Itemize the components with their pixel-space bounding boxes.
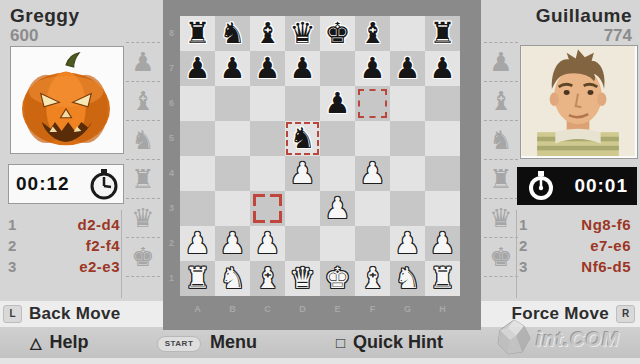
rook-icon: ♜ <box>131 164 154 194</box>
tray-right-knight-icon: ♞ <box>484 120 518 159</box>
move-row: 3Nf6-d5 <box>519 256 631 277</box>
square-a8[interactable]: ♜ <box>180 16 215 51</box>
square-h1[interactable]: ♜ <box>425 261 460 296</box>
tray-right-king-icon: ♚ <box>484 237 518 277</box>
square-c2[interactable]: ♟ <box>250 226 285 261</box>
clock-icon <box>86 167 122 203</box>
avatar-left <box>10 46 124 154</box>
square-b3[interactable] <box>215 191 250 226</box>
rank-label: 2 <box>163 226 180 261</box>
move-highlight <box>358 89 387 118</box>
white-pawn: ♟ <box>390 226 425 261</box>
move-text: Ng8-f6 <box>539 214 631 235</box>
black-bishop: ♝ <box>355 16 390 51</box>
triangle-button-icon: △ <box>30 334 42 351</box>
rank-label: 5 <box>163 121 180 156</box>
square-c1[interactable]: ♝ <box>250 261 285 296</box>
move-row: 1d2-d4 <box>8 214 120 235</box>
rank-label: 8 <box>163 16 180 51</box>
square-f8[interactable]: ♝ <box>355 16 390 51</box>
file-label: F <box>355 299 390 319</box>
square-g8[interactable] <box>390 16 425 51</box>
move-text: d2-d4 <box>28 214 120 235</box>
rank-label: 3 <box>163 191 180 226</box>
move-number: 1 <box>8 214 28 235</box>
divider <box>121 210 122 298</box>
move-row: 2e7-e6 <box>519 235 631 256</box>
tray-right-bishop-icon: ♝ <box>484 81 518 120</box>
square-h5[interactable] <box>425 121 460 156</box>
square-e8[interactable]: ♚ <box>320 16 355 51</box>
knight-icon: ♞ <box>131 125 154 155</box>
square-g6[interactable] <box>390 86 425 121</box>
black-pawn: ♟ <box>285 51 320 86</box>
square-h8[interactable]: ♜ <box>425 16 460 51</box>
clock-right: 00:01 <box>517 167 637 205</box>
square-d3[interactable] <box>285 191 320 226</box>
square-g3[interactable] <box>390 191 425 226</box>
black-pawn: ♟ <box>355 51 390 86</box>
move-row: 2f2-f4 <box>8 235 120 256</box>
king-icon: ♚ <box>131 242 154 272</box>
square-b1[interactable]: ♞ <box>215 261 250 296</box>
black-bishop: ♝ <box>250 16 285 51</box>
tray-left-knight-icon: ♞ <box>126 120 160 159</box>
piece-tray-left: ♟♝♞♜♛♚ <box>126 42 160 277</box>
square-e6[interactable]: ♟ <box>320 86 355 121</box>
bishop-icon: ♝ <box>131 86 154 116</box>
avatar-right <box>520 45 638 159</box>
square-f6[interactable] <box>355 86 390 121</box>
white-pawn: ♟ <box>180 226 215 261</box>
rank-label: 6 <box>163 86 180 121</box>
square-b8[interactable]: ♞ <box>215 16 250 51</box>
white-pawn: ♟ <box>250 226 285 261</box>
white-pawn: ♟ <box>285 156 320 191</box>
rank-label: 4 <box>163 156 180 191</box>
knight-icon: ♞ <box>489 125 512 155</box>
back-move-button[interactable]: LBack Move <box>3 301 121 327</box>
white-bishop: ♝ <box>355 261 390 296</box>
clock-left: 00:12 <box>8 164 124 204</box>
rank-label: 1 <box>163 261 180 296</box>
square-c3[interactable] <box>250 191 285 226</box>
tray-left-king-icon: ♚ <box>126 237 160 277</box>
black-knight: ♞ <box>285 121 320 156</box>
black-pawn: ♟ <box>425 51 460 86</box>
piece-tray-right: ♟♝♞♜♛♚ <box>484 42 518 277</box>
square-h7[interactable]: ♟ <box>425 51 460 86</box>
black-pawn: ♟ <box>180 51 215 86</box>
black-king: ♚ <box>320 16 355 51</box>
tray-right-queen-icon: ♛ <box>484 198 518 237</box>
player-rating-left: 600 <box>10 26 38 46</box>
square-g5[interactable] <box>390 121 425 156</box>
square-h2[interactable]: ♟ <box>425 226 460 261</box>
square-c8[interactable]: ♝ <box>250 16 285 51</box>
square-h3[interactable] <box>425 191 460 226</box>
move-number: 2 <box>8 235 28 256</box>
white-pawn: ♟ <box>355 156 390 191</box>
black-knight: ♞ <box>215 16 250 51</box>
move-row: 1Ng8-f6 <box>519 214 631 235</box>
black-queen: ♛ <box>285 16 320 51</box>
white-knight: ♞ <box>390 261 425 296</box>
square-h4[interactable] <box>425 156 460 191</box>
square-a1[interactable]: ♜ <box>180 261 215 296</box>
white-pawn: ♟ <box>215 226 250 261</box>
square-d7[interactable]: ♟ <box>285 51 320 86</box>
square-f1[interactable]: ♝ <box>355 261 390 296</box>
portrait-avatar-icon <box>521 46 635 156</box>
quick-hint-button[interactable]: □Quick Hint <box>336 327 443 358</box>
square-e5[interactable] <box>320 121 355 156</box>
square-g2[interactable]: ♟ <box>390 226 425 261</box>
square-d6[interactable] <box>285 86 320 121</box>
watermark-text: int.COM <box>536 328 620 351</box>
start-button-icon: START <box>157 336 201 352</box>
pawn-icon: ♟ <box>489 47 512 77</box>
site-watermark: int.COM <box>492 316 640 362</box>
square-g4[interactable] <box>390 156 425 191</box>
tray-left-queen-icon: ♛ <box>126 198 160 237</box>
chess-match-screen: Greggy 600 00:12 1d2-d42f2-f43e2-e3 <box>0 0 640 364</box>
cursor-corner <box>270 211 282 223</box>
square-e2[interactable] <box>320 226 355 261</box>
square-button-icon: □ <box>336 334 345 351</box>
move-number: 3 <box>519 256 539 277</box>
square-b5[interactable] <box>215 121 250 156</box>
square-b7[interactable]: ♟ <box>215 51 250 86</box>
move-list-right: 1Ng8-f62e7-e63Nf6-d5 <box>519 214 631 277</box>
clock-right-time: 00:01 <box>574 175 628 197</box>
clock-left-time: 00:12 <box>16 173 70 195</box>
square-f3[interactable] <box>355 191 390 226</box>
stopwatch-icon <box>523 169 559 205</box>
square-d8[interactable]: ♛ <box>285 16 320 51</box>
player-rating-right: 774 <box>604 26 632 46</box>
rook-icon: ♜ <box>489 164 512 194</box>
square-e3[interactable]: ♟ <box>320 191 355 226</box>
square-g7[interactable]: ♟ <box>390 51 425 86</box>
square-f4[interactable]: ♟ <box>355 156 390 191</box>
tray-left-rook-icon: ♜ <box>126 159 160 198</box>
player-name-right: Guillaume <box>536 5 632 27</box>
cursor-corner <box>253 211 265 223</box>
move-row: 3e2-e3 <box>8 256 120 277</box>
move-text: Nf6-d5 <box>539 256 631 277</box>
black-pawn: ♟ <box>390 51 425 86</box>
file-label: B <box>215 299 250 319</box>
square-a7[interactable]: ♟ <box>180 51 215 86</box>
player-name-left: Greggy <box>10 5 80 27</box>
square-b6[interactable] <box>215 86 250 121</box>
file-label: E <box>320 299 355 319</box>
move-text: f2-f4 <box>28 235 120 256</box>
rank-labels: 87654321 <box>163 16 180 296</box>
white-queen: ♛ <box>285 261 320 296</box>
tray-left-pawn-icon: ♟ <box>126 42 160 81</box>
pawn-icon: ♟ <box>131 47 154 77</box>
menu-button[interactable]: STARTMenu <box>157 327 257 358</box>
cursor-corner <box>270 194 282 206</box>
square-a6[interactable] <box>180 86 215 121</box>
crumpled-paper-logo-icon <box>494 318 534 358</box>
white-knight: ♞ <box>215 261 250 296</box>
square-e1[interactable]: ♚ <box>320 261 355 296</box>
move-number: 2 <box>519 235 539 256</box>
square-e7[interactable] <box>320 51 355 86</box>
tray-right-pawn-icon: ♟ <box>484 42 518 81</box>
divider <box>516 210 517 298</box>
square-d1[interactable]: ♛ <box>285 261 320 296</box>
white-pawn: ♟ <box>320 191 355 226</box>
move-text: e7-e6 <box>539 235 631 256</box>
move-text: e2-e3 <box>28 256 120 277</box>
square-d5[interactable]: ♞ <box>285 121 320 156</box>
square-e4[interactable] <box>320 156 355 191</box>
square-d2[interactable] <box>285 226 320 261</box>
white-rook: ♜ <box>425 261 460 296</box>
queen-icon: ♛ <box>131 203 154 233</box>
square-c7[interactable]: ♟ <box>250 51 285 86</box>
square-a3[interactable] <box>180 191 215 226</box>
tray-left-bishop-icon: ♝ <box>126 81 160 120</box>
pumpkin-avatar-icon <box>11 47 121 151</box>
black-pawn: ♟ <box>250 51 285 86</box>
tray-right-rook-icon: ♜ <box>484 159 518 198</box>
square-c4[interactable] <box>250 156 285 191</box>
black-rook: ♜ <box>425 16 460 51</box>
file-label: D <box>285 299 320 319</box>
help-button[interactable]: △Help <box>30 327 89 358</box>
move-list-left: 1d2-d42f2-f43e2-e3 <box>8 214 120 277</box>
move-number: 3 <box>8 256 28 277</box>
bishop-icon: ♝ <box>489 86 512 116</box>
cursor-corner <box>253 194 265 206</box>
rank-label: 7 <box>163 51 180 86</box>
square-a4[interactable] <box>180 156 215 191</box>
file-label: H <box>425 299 460 319</box>
square-b4[interactable] <box>215 156 250 191</box>
move-number: 1 <box>519 214 539 235</box>
white-pawn: ♟ <box>425 226 460 261</box>
white-king: ♚ <box>320 261 355 296</box>
square-a2[interactable]: ♟ <box>180 226 215 261</box>
file-label: G <box>390 299 425 319</box>
square-g1[interactable]: ♞ <box>390 261 425 296</box>
black-pawn: ♟ <box>320 86 355 121</box>
queen-icon: ♛ <box>489 203 512 233</box>
square-d4[interactable]: ♟ <box>285 156 320 191</box>
file-label: C <box>250 299 285 319</box>
white-rook: ♜ <box>180 261 215 296</box>
square-f7[interactable]: ♟ <box>355 51 390 86</box>
square-b2[interactable]: ♟ <box>215 226 250 261</box>
square-a5[interactable] <box>180 121 215 156</box>
chess-board[interactable]: 87654321 ♜♞♝♛♚♝♜♟♟♟♟♟♟♟♟♞♟♟♟♟♟♟♟♟♜♞♝♛♚♝♞… <box>163 0 481 330</box>
file-label: A <box>180 299 215 319</box>
square-f2[interactable] <box>355 226 390 261</box>
square-c6[interactable] <box>250 86 285 121</box>
file-labels: ABCDEFGH <box>180 299 460 319</box>
white-bishop: ♝ <box>250 261 285 296</box>
square-c5[interactable] <box>250 121 285 156</box>
l-button-icon: L <box>3 305 22 323</box>
king-icon: ♚ <box>489 242 512 272</box>
black-pawn: ♟ <box>215 51 250 86</box>
black-rook: ♜ <box>180 16 215 51</box>
square-f5[interactable] <box>355 121 390 156</box>
board-grid[interactable]: ♜♞♝♛♚♝♜♟♟♟♟♟♟♟♟♞♟♟♟♟♟♟♟♟♜♞♝♛♚♝♞♜ <box>180 16 460 296</box>
square-h6[interactable] <box>425 86 460 121</box>
